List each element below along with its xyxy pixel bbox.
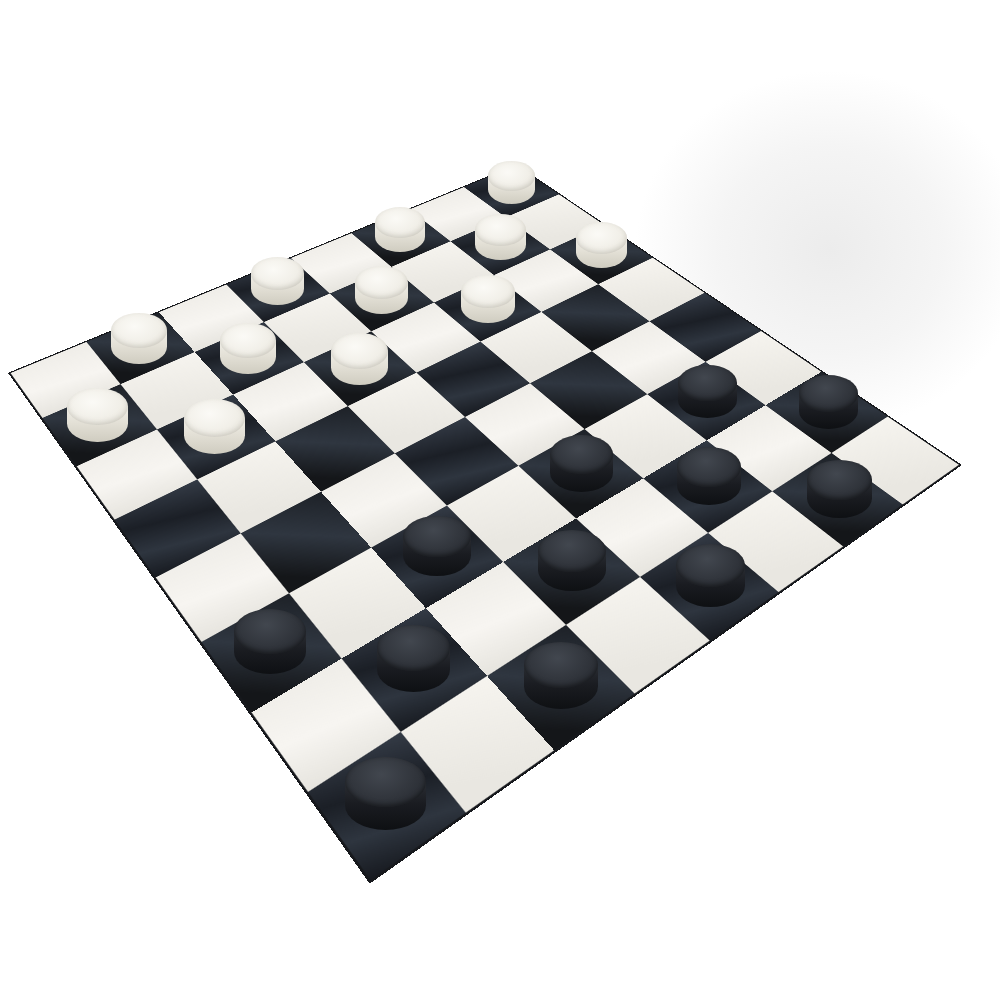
scene	[0, 0, 1000, 1000]
checkers-board	[8, 164, 962, 883]
product-photo	[0, 0, 1000, 1000]
